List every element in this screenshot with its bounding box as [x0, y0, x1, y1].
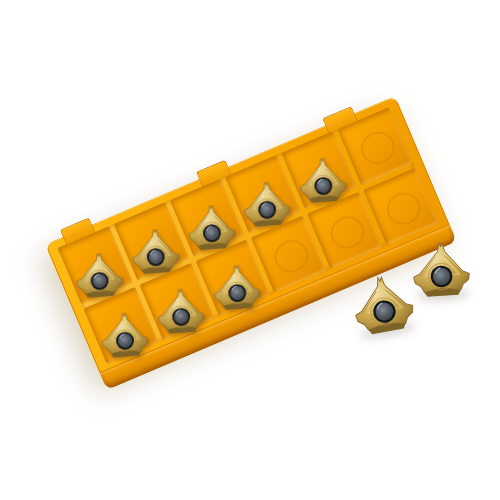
carbide-insert — [408, 237, 474, 298]
mold-circle-mark — [356, 127, 400, 170]
carbide-insert — [240, 177, 293, 227]
carbide-insert — [184, 201, 237, 251]
loose-insert-1 — [346, 268, 419, 337]
product-photo-stage — [0, 0, 500, 500]
carbide-insert — [72, 249, 125, 299]
insert-storage-box — [45, 96, 457, 390]
mold-circle-mark — [326, 211, 370, 254]
carbide-insert — [98, 309, 151, 359]
mold-circle-mark — [270, 235, 314, 278]
carbide-insert — [296, 154, 349, 204]
carbide-insert — [128, 225, 181, 275]
loose-insert-2 — [408, 237, 474, 298]
carbide-insert — [346, 268, 419, 337]
carbide-insert — [210, 261, 263, 311]
carbide-insert — [154, 285, 207, 335]
mold-circle-mark — [382, 187, 426, 230]
